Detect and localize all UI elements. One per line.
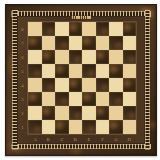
square-b2[interactable] — [42, 106, 56, 120]
file-label-f: F — [96, 135, 110, 144]
square-c6[interactable] — [55, 50, 69, 64]
square-d7[interactable] — [69, 36, 83, 50]
maker-stamp-inlay — [71, 16, 91, 20]
square-b1[interactable] — [42, 120, 56, 134]
square-e7[interactable] — [82, 36, 96, 50]
square-b7[interactable] — [42, 36, 56, 50]
square-h8[interactable] — [123, 22, 137, 36]
rank-label-2: 2 — [18, 106, 28, 120]
square-b6[interactable] — [42, 50, 56, 64]
square-h1[interactable] — [123, 120, 137, 134]
square-e2[interactable] — [82, 106, 96, 120]
square-f7[interactable] — [96, 36, 110, 50]
rank-label-1: 1 — [18, 120, 28, 134]
square-g1[interactable] — [109, 120, 123, 134]
square-d6[interactable] — [69, 50, 83, 64]
square-a7[interactable] — [28, 36, 42, 50]
square-c8[interactable] — [55, 22, 69, 36]
inlay-border-bottom — [11, 144, 151, 150]
square-a4[interactable] — [28, 78, 42, 92]
squares-grid — [28, 22, 136, 134]
square-f2[interactable] — [96, 106, 110, 120]
square-e1[interactable] — [82, 120, 96, 134]
square-f3[interactable] — [96, 92, 110, 106]
square-b8[interactable] — [42, 22, 56, 36]
rank-label-4: 4 — [18, 78, 28, 92]
square-d4[interactable] — [69, 78, 83, 92]
square-g5[interactable] — [109, 64, 123, 78]
chess-board: 87654321 ABCDEFGH — [5, 4, 157, 156]
square-a2[interactable] — [28, 106, 42, 120]
square-a3[interactable] — [28, 92, 42, 106]
square-h2[interactable] — [123, 106, 137, 120]
square-g6[interactable] — [109, 50, 123, 64]
square-h7[interactable] — [123, 36, 137, 50]
square-g7[interactable] — [109, 36, 123, 50]
square-f6[interactable] — [96, 50, 110, 64]
square-a1[interactable] — [28, 120, 42, 134]
rank-label-3: 3 — [18, 92, 28, 106]
inlay-border-right — [145, 10, 151, 150]
square-c5[interactable] — [55, 64, 69, 78]
square-b4[interactable] — [42, 78, 56, 92]
square-f1[interactable] — [96, 120, 110, 134]
file-label-a: A — [28, 135, 42, 144]
file-labels: ABCDEFGH — [28, 135, 136, 144]
square-c3[interactable] — [55, 92, 69, 106]
square-e4[interactable] — [82, 78, 96, 92]
square-e6[interactable] — [82, 50, 96, 64]
square-h3[interactable] — [123, 92, 137, 106]
file-label-b: B — [42, 135, 56, 144]
rank-label-6: 6 — [18, 50, 28, 64]
rank-label-7: 7 — [18, 36, 28, 50]
square-d3[interactable] — [69, 92, 83, 106]
square-f5[interactable] — [96, 64, 110, 78]
square-f4[interactable] — [96, 78, 110, 92]
square-c2[interactable] — [55, 106, 69, 120]
square-h6[interactable] — [123, 50, 137, 64]
rank-labels: 87654321 — [18, 22, 28, 134]
square-f8[interactable] — [96, 22, 110, 36]
square-g4[interactable] — [109, 78, 123, 92]
square-e5[interactable] — [82, 64, 96, 78]
file-label-c: C — [55, 135, 69, 144]
square-c1[interactable] — [55, 120, 69, 134]
square-b3[interactable] — [42, 92, 56, 106]
square-b5[interactable] — [42, 64, 56, 78]
square-a6[interactable] — [28, 50, 42, 64]
file-label-g: G — [109, 135, 123, 144]
square-g8[interactable] — [109, 22, 123, 36]
square-e3[interactable] — [82, 92, 96, 106]
square-a8[interactable] — [28, 22, 42, 36]
file-label-d: D — [69, 135, 83, 144]
square-g2[interactable] — [109, 106, 123, 120]
square-c4[interactable] — [55, 78, 69, 92]
square-h4[interactable] — [123, 78, 137, 92]
square-e8[interactable] — [82, 22, 96, 36]
rank-label-5: 5 — [18, 64, 28, 78]
square-d2[interactable] — [69, 106, 83, 120]
square-a5[interactable] — [28, 64, 42, 78]
square-d8[interactable] — [69, 22, 83, 36]
square-h5[interactable] — [123, 64, 137, 78]
square-d1[interactable] — [69, 120, 83, 134]
file-label-h: H — [123, 135, 137, 144]
square-d5[interactable] — [69, 64, 83, 78]
rank-label-8: 8 — [18, 22, 28, 36]
file-label-e: E — [82, 135, 96, 144]
square-c7[interactable] — [55, 36, 69, 50]
square-g3[interactable] — [109, 92, 123, 106]
